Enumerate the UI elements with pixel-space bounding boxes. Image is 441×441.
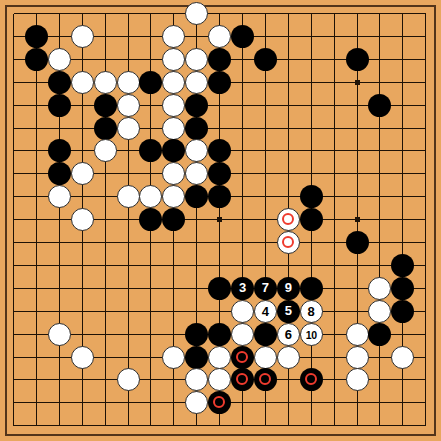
stone-black[interactable] — [300, 208, 323, 231]
star-point — [217, 217, 222, 222]
stone-white[interactable] — [391, 346, 414, 369]
stone-black[interactable] — [48, 71, 71, 94]
stone-white[interactable] — [48, 185, 71, 208]
stone-black[interactable] — [254, 323, 277, 346]
stone-black[interactable] — [346, 48, 369, 71]
stone-white[interactable] — [162, 71, 185, 94]
stone-black[interactable] — [208, 48, 231, 71]
stone-white[interactable] — [71, 25, 94, 48]
stone-white[interactable] — [208, 346, 231, 369]
stone-white[interactable]: 8 — [300, 300, 323, 323]
stone-white[interactable] — [162, 346, 185, 369]
stone-black[interactable] — [368, 94, 391, 117]
stone-black[interactable] — [300, 185, 323, 208]
stone-black[interactable] — [346, 231, 369, 254]
grid-line-vertical — [425, 14, 426, 426]
stone-black[interactable]: 7 — [254, 277, 277, 300]
stone-black[interactable] — [231, 25, 254, 48]
grid-line-vertical — [334, 14, 335, 426]
grid-line-horizontal — [14, 265, 426, 266]
stone-white[interactable] — [346, 323, 369, 346]
stone-white[interactable] — [162, 94, 185, 117]
stone-white[interactable] — [94, 139, 117, 162]
stone-black[interactable] — [25, 25, 48, 48]
stone-black[interactable] — [208, 323, 231, 346]
move-number: 3 — [231, 277, 254, 300]
stone-black[interactable] — [368, 323, 391, 346]
stone-black[interactable] — [300, 277, 323, 300]
stone-black[interactable] — [25, 48, 48, 71]
stone-white[interactable]: 6 — [277, 323, 300, 346]
stone-white[interactable] — [48, 323, 71, 346]
stone-black[interactable] — [185, 94, 208, 117]
stone-white[interactable] — [277, 346, 300, 369]
stone-white[interactable] — [71, 346, 94, 369]
stone-black[interactable] — [391, 300, 414, 323]
stone-white[interactable] — [368, 300, 391, 323]
stone-black[interactable] — [48, 94, 71, 117]
stone-white[interactable] — [346, 346, 369, 369]
stone-white[interactable] — [117, 94, 140, 117]
stone-white[interactable] — [346, 368, 369, 391]
stone-white[interactable] — [208, 25, 231, 48]
stone-black[interactable]: 5 — [277, 300, 300, 323]
stone-black[interactable]: 9 — [277, 277, 300, 300]
move-number: 8 — [301, 301, 322, 322]
stone-black[interactable] — [185, 323, 208, 346]
stone-white[interactable] — [94, 71, 117, 94]
stone-black[interactable]: 3 — [231, 277, 254, 300]
stone-white[interactable]: 4 — [254, 300, 277, 323]
stone-black[interactable] — [185, 346, 208, 369]
stone-black[interactable] — [94, 117, 117, 140]
stone-white[interactable] — [117, 71, 140, 94]
stone-black[interactable] — [231, 346, 254, 369]
stone-white[interactable] — [48, 48, 71, 71]
stone-black[interactable] — [391, 277, 414, 300]
stone-black[interactable] — [48, 162, 71, 185]
stone-white[interactable] — [162, 117, 185, 140]
stone-black[interactable] — [254, 48, 277, 71]
stone-white[interactable] — [71, 162, 94, 185]
stone-white[interactable] — [117, 368, 140, 391]
stone-white[interactable] — [71, 208, 94, 231]
grid-line-horizontal — [14, 425, 426, 426]
stone-black[interactable] — [208, 71, 231, 94]
circle-mark — [282, 236, 294, 248]
stone-black[interactable] — [300, 368, 323, 391]
stone-white[interactable] — [185, 48, 208, 71]
stone-white[interactable] — [71, 71, 94, 94]
stone-white[interactable] — [231, 323, 254, 346]
move-number: 5 — [277, 300, 300, 323]
move-number: 7 — [254, 277, 277, 300]
stone-black[interactable] — [185, 117, 208, 140]
grid-line-vertical — [379, 14, 380, 426]
grid-line-horizontal — [14, 311, 426, 312]
move-number: 9 — [277, 277, 300, 300]
circle-mark — [282, 213, 294, 225]
stone-white[interactable]: 10 — [300, 323, 323, 346]
circle-mark — [236, 351, 248, 363]
stone-white[interactable] — [277, 208, 300, 231]
circle-mark — [236, 373, 248, 385]
stone-black[interactable] — [94, 94, 117, 117]
move-number: 4 — [255, 301, 276, 322]
stone-white[interactable] — [231, 300, 254, 323]
circle-mark — [305, 373, 317, 385]
stone-white[interactable] — [277, 231, 300, 254]
star-point — [355, 80, 360, 85]
stone-white[interactable] — [185, 71, 208, 94]
go-diagram: 379458610 — [0, 0, 441, 441]
circle-mark — [259, 373, 271, 385]
stone-white[interactable] — [162, 48, 185, 71]
stone-white[interactable] — [117, 117, 140, 140]
move-number: 10 — [301, 324, 322, 345]
move-number: 6 — [278, 324, 299, 345]
star-point — [355, 217, 360, 222]
circle-mark — [213, 396, 225, 408]
stone-black[interactable] — [208, 277, 231, 300]
stone-black[interactable] — [139, 71, 162, 94]
stone-white[interactable] — [117, 185, 140, 208]
stone-white[interactable] — [254, 346, 277, 369]
